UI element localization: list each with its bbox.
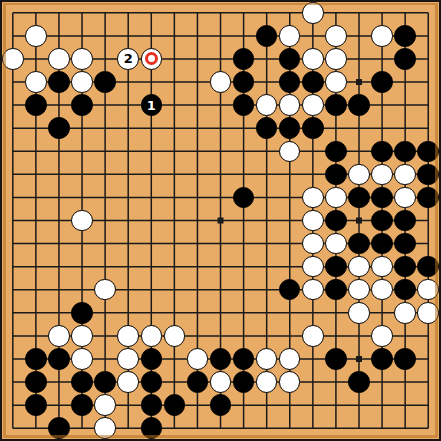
board-point[interactable] [301,371,324,394]
black-stone[interactable] [94,71,116,93]
board-point[interactable] [140,417,163,440]
board-point[interactable] [1,1,24,24]
white-stone[interactable] [94,417,116,439]
board-point[interactable] [209,278,232,301]
board-point[interactable] [94,371,117,394]
board-point[interactable] [417,47,440,70]
board-point[interactable] [417,347,440,370]
white-stone[interactable] [371,279,393,301]
board-point[interactable] [70,347,93,370]
board-point[interactable] [394,24,417,47]
board-point[interactable] [255,70,278,93]
white-stone[interactable] [279,141,301,163]
board-point[interactable] [47,140,70,163]
black-stone[interactable] [302,117,324,139]
board-point[interactable] [117,70,140,93]
board-point[interactable] [24,255,47,278]
board-point[interactable] [209,371,232,394]
board-point[interactable] [232,117,255,140]
board-point[interactable] [70,1,93,24]
board-point[interactable] [394,347,417,370]
board-point[interactable] [417,324,440,347]
board-point[interactable] [186,140,209,163]
board-point[interactable] [278,70,301,93]
board-point[interactable] [232,140,255,163]
board-point[interactable] [371,117,394,140]
white-stone[interactable] [371,256,393,278]
white-stone[interactable] [371,325,393,347]
board-point[interactable] [324,117,347,140]
board-point[interactable] [417,255,440,278]
white-stone[interactable] [25,25,47,47]
board-point[interactable] [394,163,417,186]
board-point[interactable] [1,47,24,70]
board-point[interactable] [163,163,186,186]
board-point[interactable] [232,232,255,255]
board-point[interactable] [163,140,186,163]
black-stone[interactable] [325,141,347,163]
board-point[interactable] [94,417,117,440]
board-point[interactable] [278,24,301,47]
board-point[interactable] [347,394,370,417]
board-point[interactable] [1,394,24,417]
board-point[interactable] [24,209,47,232]
board-point[interactable] [232,47,255,70]
board-point[interactable] [94,140,117,163]
board-point[interactable] [394,47,417,70]
board-point[interactable] [232,301,255,324]
white-stone[interactable] [302,279,324,301]
white-stone[interactable] [302,256,324,278]
board-point[interactable] [301,394,324,417]
board-point[interactable] [140,347,163,370]
board-point[interactable] [94,94,117,117]
board-point[interactable] [140,1,163,24]
white-stone[interactable] [279,348,301,370]
board-point[interactable] [163,347,186,370]
board-point[interactable] [94,278,117,301]
board-point[interactable] [278,394,301,417]
board-point[interactable] [371,94,394,117]
board-point[interactable] [324,1,347,24]
board-point[interactable] [278,1,301,24]
black-stone[interactable] [141,348,163,370]
board-point[interactable] [163,301,186,324]
board-point[interactable] [232,394,255,417]
board-point[interactable] [209,163,232,186]
board-point[interactable] [70,70,93,93]
board-point[interactable] [24,324,47,347]
board-point[interactable] [347,417,370,440]
board-point[interactable] [163,47,186,70]
board-point[interactable] [24,163,47,186]
board-point[interactable] [347,324,370,347]
board-point[interactable] [417,24,440,47]
board-point[interactable] [324,255,347,278]
white-stone[interactable] [302,210,324,232]
white-stone[interactable] [210,371,232,393]
board-point[interactable] [186,163,209,186]
board-point[interactable] [47,209,70,232]
board-point[interactable] [301,94,324,117]
black-stone[interactable] [210,348,232,370]
white-stone[interactable] [371,25,393,47]
board-point[interactable] [255,163,278,186]
board-point[interactable] [186,24,209,47]
board-point[interactable] [371,394,394,417]
board-point[interactable] [255,94,278,117]
board-point[interactable] [70,186,93,209]
white-stone[interactable] [94,279,116,301]
black-stone[interactable] [71,94,93,116]
board-point[interactable] [140,70,163,93]
white-stone[interactable] [94,394,116,416]
board-point[interactable] [163,186,186,209]
white-stone[interactable] [325,233,347,255]
board-point[interactable] [186,347,209,370]
board-point[interactable] [209,232,232,255]
board-point[interactable] [347,47,370,70]
board-point[interactable] [232,163,255,186]
board-point[interactable] [417,1,440,24]
board-point[interactable] [347,117,370,140]
board-point[interactable] [186,232,209,255]
board-point[interactable] [347,278,370,301]
board-point[interactable] [24,70,47,93]
board-point[interactable] [1,163,24,186]
white-stone[interactable] [325,187,347,209]
board-point[interactable]: 1 [140,94,163,117]
black-stone[interactable] [394,279,416,301]
board-point[interactable] [47,117,70,140]
white-stone[interactable] [256,348,278,370]
board-point[interactable] [47,70,70,93]
board-point[interactable] [47,394,70,417]
board-point[interactable] [94,255,117,278]
white-stone[interactable] [325,71,347,93]
black-stone[interactable] [233,48,255,70]
board-point[interactable] [70,371,93,394]
board-point[interactable] [417,70,440,93]
board-point[interactable] [70,94,93,117]
board-point[interactable] [278,324,301,347]
board-point[interactable] [140,209,163,232]
white-stone[interactable] [48,325,70,347]
board-point[interactable] [278,94,301,117]
black-stone[interactable] [279,48,301,70]
board-point[interactable] [371,324,394,347]
board-point[interactable] [324,278,347,301]
black-stone[interactable] [417,141,439,163]
white-stone[interactable] [279,25,301,47]
board-point[interactable] [94,163,117,186]
board-point[interactable] [394,324,417,347]
board-point[interactable] [278,371,301,394]
board-point[interactable] [232,347,255,370]
board-point[interactable] [301,278,324,301]
board-point[interactable] [94,394,117,417]
board-point[interactable] [24,417,47,440]
board-point[interactable] [232,255,255,278]
board-point[interactable] [1,278,24,301]
white-stone[interactable] [117,348,139,370]
black-stone[interactable] [394,233,416,255]
board-point[interactable] [163,117,186,140]
board-point[interactable] [347,24,370,47]
white-stone[interactable] [71,325,93,347]
board-point[interactable] [163,70,186,93]
board-point[interactable] [301,324,324,347]
board-point[interactable] [278,140,301,163]
board-point[interactable] [255,1,278,24]
black-stone[interactable] [279,117,301,139]
board-point[interactable] [1,255,24,278]
black-stone[interactable] [48,417,70,439]
black-stone[interactable] [94,371,116,393]
board-point[interactable] [278,417,301,440]
black-stone[interactable] [394,48,416,70]
board-point[interactable] [70,117,93,140]
board-point[interactable] [94,70,117,93]
white-stone[interactable] [71,210,93,232]
board-point[interactable] [70,24,93,47]
white-stone[interactable] [394,302,416,324]
white-stone[interactable] [348,256,370,278]
board-point[interactable] [140,394,163,417]
board-point[interactable] [278,47,301,70]
board-point[interactable] [255,24,278,47]
board-point[interactable] [186,394,209,417]
board-point[interactable] [47,324,70,347]
board-point[interactable] [47,255,70,278]
board-point[interactable] [278,278,301,301]
white-stone[interactable] [71,348,93,370]
black-stone[interactable] [417,256,439,278]
board-point[interactable] [417,394,440,417]
board-point[interactable] [394,140,417,163]
board-point[interactable] [163,324,186,347]
board-point[interactable] [47,278,70,301]
white-stone[interactable] [325,25,347,47]
black-stone[interactable] [348,94,370,116]
board-point[interactable] [347,1,370,24]
board-point[interactable] [140,24,163,47]
board-point[interactable] [209,417,232,440]
board-point[interactable] [371,347,394,370]
white-stone[interactable] [302,233,324,255]
black-stone[interactable] [325,94,347,116]
board-point[interactable] [394,209,417,232]
board-point[interactable] [70,278,93,301]
board-point[interactable] [70,417,93,440]
black-stone[interactable] [371,348,393,370]
board-point[interactable] [347,163,370,186]
board-point[interactable] [209,209,232,232]
white-stone[interactable] [302,187,324,209]
board-point[interactable] [47,232,70,255]
board-point[interactable] [163,371,186,394]
board-point[interactable] [1,301,24,324]
board-point[interactable] [117,324,140,347]
board-point[interactable] [209,70,232,93]
board-point[interactable] [324,347,347,370]
board-point[interactable] [301,417,324,440]
board-point[interactable] [1,417,24,440]
board-point[interactable] [394,394,417,417]
board-point[interactable] [1,347,24,370]
white-stone[interactable] [141,48,163,70]
board-point[interactable] [140,255,163,278]
black-stone[interactable] [25,371,47,393]
black-stone[interactable] [394,25,416,47]
board-point[interactable] [232,1,255,24]
board-point[interactable] [255,255,278,278]
board-point[interactable] [209,255,232,278]
board-point[interactable] [140,232,163,255]
board-point[interactable] [209,324,232,347]
board-point[interactable] [209,94,232,117]
board-point[interactable] [140,47,163,70]
board-point[interactable] [255,417,278,440]
board-point[interactable] [394,255,417,278]
board-point[interactable] [371,24,394,47]
board-point[interactable] [1,24,24,47]
board-point[interactable] [347,186,370,209]
board-point[interactable] [347,232,370,255]
board-point[interactable] [94,347,117,370]
board-point[interactable] [1,140,24,163]
board-point[interactable] [163,1,186,24]
board-point[interactable] [24,1,47,24]
board-point[interactable] [117,371,140,394]
board-point[interactable] [70,140,93,163]
board-point[interactable] [255,278,278,301]
board-point[interactable] [324,417,347,440]
board-point[interactable] [47,371,70,394]
board-point[interactable] [140,371,163,394]
white-stone[interactable] [302,94,324,116]
black-stone[interactable] [164,394,186,416]
board-point[interactable] [186,255,209,278]
board-point[interactable] [324,94,347,117]
board-point[interactable] [94,232,117,255]
board-point[interactable] [117,347,140,370]
board-point[interactable] [140,163,163,186]
white-stone[interactable] [417,279,439,301]
white-stone[interactable] [394,164,416,186]
white-stone[interactable] [71,48,93,70]
board-point[interactable] [163,94,186,117]
board-point[interactable] [324,47,347,70]
black-stone[interactable] [394,348,416,370]
board-point[interactable] [324,371,347,394]
board-point[interactable] [417,186,440,209]
board-point[interactable] [232,24,255,47]
board-point[interactable] [255,347,278,370]
board-point[interactable] [278,209,301,232]
black-stone[interactable] [25,94,47,116]
board-point[interactable] [301,117,324,140]
board-point[interactable] [70,47,93,70]
black-stone[interactable] [71,371,93,393]
board-point[interactable] [324,24,347,47]
board-point[interactable] [209,394,232,417]
board-point[interactable] [47,417,70,440]
board-point[interactable] [117,278,140,301]
white-stone[interactable] [164,325,186,347]
board-point[interactable] [70,209,93,232]
board-point[interactable] [394,371,417,394]
board-point[interactable] [232,186,255,209]
board-point[interactable] [117,394,140,417]
board-point[interactable] [394,186,417,209]
board-point[interactable] [278,301,301,324]
board-point[interactable] [301,232,324,255]
board-point[interactable] [47,24,70,47]
board-point[interactable] [394,70,417,93]
board-point[interactable] [24,232,47,255]
board-point[interactable] [394,278,417,301]
board-point[interactable] [117,140,140,163]
board-point[interactable] [394,1,417,24]
board-point[interactable] [117,232,140,255]
board-point[interactable] [24,47,47,70]
board-point[interactable] [417,209,440,232]
board-point[interactable] [117,117,140,140]
black-stone[interactable] [48,348,70,370]
board-point[interactable] [47,301,70,324]
board-point[interactable] [209,1,232,24]
board-point[interactable] [24,24,47,47]
board-point[interactable] [232,94,255,117]
board-point[interactable] [232,371,255,394]
white-stone[interactable] [256,94,278,116]
board-point[interactable] [163,278,186,301]
board-point[interactable] [301,140,324,163]
board-point[interactable] [394,117,417,140]
board-point[interactable] [371,255,394,278]
board-point[interactable] [186,301,209,324]
white-stone[interactable] [302,2,324,24]
board-point[interactable] [140,278,163,301]
board-point[interactable] [417,163,440,186]
board-point[interactable] [186,94,209,117]
board-point[interactable] [163,209,186,232]
board-point[interactable] [324,70,347,93]
white-stone[interactable] [394,187,416,209]
board-point[interactable] [1,232,24,255]
board-point[interactable] [24,117,47,140]
black-stone[interactable] [348,233,370,255]
board-point[interactable] [301,24,324,47]
board-point[interactable] [347,209,370,232]
black-stone[interactable] [25,394,47,416]
board-point[interactable] [140,140,163,163]
board-point[interactable] [24,94,47,117]
board-point[interactable] [232,209,255,232]
board-point[interactable] [371,1,394,24]
board-point[interactable] [301,1,324,24]
black-stone[interactable] [371,233,393,255]
board-point[interactable] [1,186,24,209]
board-point[interactable] [371,140,394,163]
board-point[interactable] [209,347,232,370]
board-point[interactable] [186,324,209,347]
black-stone[interactable] [256,25,278,47]
board-point[interactable] [186,117,209,140]
black-stone[interactable] [325,279,347,301]
board-point[interactable] [347,70,370,93]
